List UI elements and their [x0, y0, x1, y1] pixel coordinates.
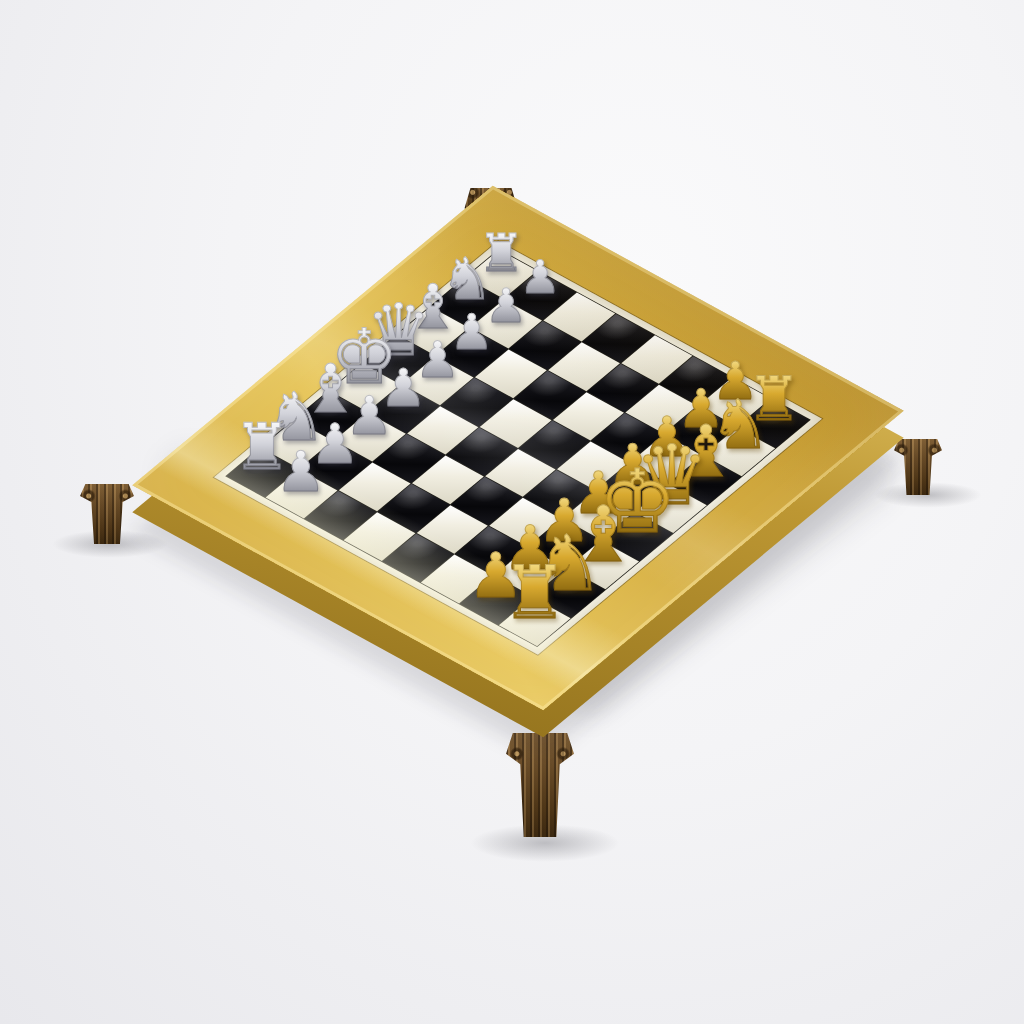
black-pawn[interactable]: ♟: [276, 444, 326, 500]
scene: ♜♟♟♜♞♟♟♞♝♟♟♝♛♟♟♛♚♟♟♚♝♟♟♝♞♟♟♞♜♟♟♜: [0, 0, 1024, 1024]
white-rook[interactable]: ♜: [502, 556, 567, 629]
